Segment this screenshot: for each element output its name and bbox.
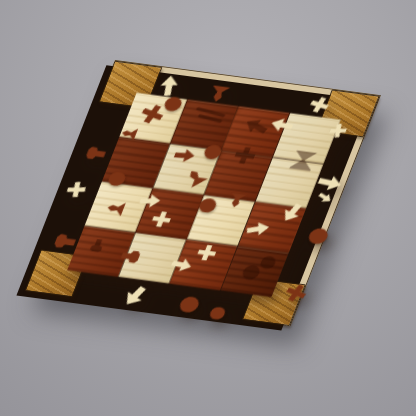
scene <box>0 0 416 416</box>
base-board <box>25 60 381 326</box>
